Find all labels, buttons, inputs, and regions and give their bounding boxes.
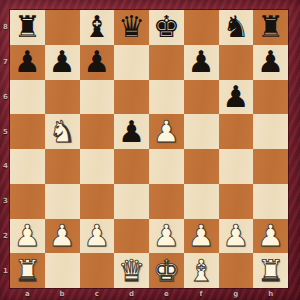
square-d1[interactable]: ♛ [114, 253, 149, 288]
square-h2[interactable]: ♟ [253, 219, 288, 254]
rank-label-2: 2 [3, 232, 8, 240]
square-a8[interactable]: ♜ [10, 10, 45, 45]
square-h6[interactable] [253, 80, 288, 115]
square-e4[interactable] [149, 149, 184, 184]
white-pawn-e5[interactable]: ♟ [153, 115, 180, 149]
file-label-e: e [164, 290, 169, 298]
square-a6[interactable] [10, 80, 45, 115]
black-rook-a8[interactable]: ♜ [14, 10, 41, 44]
square-g3[interactable] [219, 184, 254, 219]
square-f4[interactable] [184, 149, 219, 184]
white-rook-h1[interactable]: ♜ [257, 254, 284, 288]
square-b3[interactable] [45, 184, 80, 219]
file-label-f: f [200, 290, 203, 298]
white-pawn-c2[interactable]: ♟ [83, 219, 110, 253]
square-c1[interactable] [80, 253, 115, 288]
file-label-a: a [25, 290, 30, 298]
black-pawn-h7[interactable]: ♟ [257, 45, 284, 79]
black-pawn-a7[interactable]: ♟ [14, 45, 41, 79]
square-f2[interactable]: ♟ [184, 219, 219, 254]
rank-label-1: 1 [3, 267, 8, 275]
square-d8[interactable]: ♛ [114, 10, 149, 45]
square-h5[interactable] [253, 114, 288, 149]
square-e8[interactable]: ♚ [149, 10, 184, 45]
square-g7[interactable] [219, 45, 254, 80]
square-a3[interactable] [10, 184, 45, 219]
file-label-c: c [95, 290, 99, 298]
white-bishop-f1[interactable]: ♝ [188, 254, 215, 288]
square-a1[interactable]: ♜ [10, 253, 45, 288]
square-g5[interactable] [219, 114, 254, 149]
rank-label-6: 6 [3, 93, 8, 101]
rank-label-3: 3 [3, 197, 8, 205]
square-b4[interactable] [45, 149, 80, 184]
rank-label-8: 8 [3, 23, 8, 31]
white-king-e1[interactable]: ♚ [153, 254, 180, 288]
square-f1[interactable]: ♝ [184, 253, 219, 288]
square-b8[interactable] [45, 10, 80, 45]
white-pawn-f2[interactable]: ♟ [188, 219, 215, 253]
black-pawn-f7[interactable]: ♟ [188, 45, 215, 79]
square-e2[interactable]: ♟ [149, 219, 184, 254]
square-h1[interactable]: ♜ [253, 253, 288, 288]
black-knight-g8[interactable]: ♞ [222, 10, 249, 44]
square-h8[interactable]: ♜ [253, 10, 288, 45]
square-f3[interactable] [184, 184, 219, 219]
file-label-g: g [233, 290, 238, 298]
square-c7[interactable]: ♟ [80, 45, 115, 80]
square-d7[interactable] [114, 45, 149, 80]
square-a4[interactable] [10, 149, 45, 184]
square-g8[interactable]: ♞ [219, 10, 254, 45]
square-b2[interactable]: ♟ [45, 219, 80, 254]
square-g1[interactable] [219, 253, 254, 288]
square-c8[interactable]: ♝ [80, 10, 115, 45]
rank-label-5: 5 [3, 128, 8, 136]
black-queen-d8[interactable]: ♛ [118, 10, 145, 44]
square-h3[interactable] [253, 184, 288, 219]
square-f6[interactable] [184, 80, 219, 115]
square-f8[interactable] [184, 10, 219, 45]
rank-label-4: 4 [3, 162, 8, 170]
square-b6[interactable] [45, 80, 80, 115]
square-c3[interactable] [80, 184, 115, 219]
square-c2[interactable]: ♟ [80, 219, 115, 254]
rank-label-7: 7 [3, 58, 8, 66]
square-g6[interactable]: ♟ [219, 80, 254, 115]
black-pawn-g6[interactable]: ♟ [222, 80, 249, 114]
square-e5[interactable]: ♟ [149, 114, 184, 149]
black-pawn-c7[interactable]: ♟ [83, 45, 110, 79]
square-e7[interactable] [149, 45, 184, 80]
square-c4[interactable] [80, 149, 115, 184]
white-pawn-e2[interactable]: ♟ [153, 219, 180, 253]
square-f7[interactable]: ♟ [184, 45, 219, 80]
square-a5[interactable] [10, 114, 45, 149]
square-e3[interactable] [149, 184, 184, 219]
square-b5[interactable]: ♞ [45, 114, 80, 149]
square-d2[interactable] [114, 219, 149, 254]
black-bishop-c8[interactable]: ♝ [83, 10, 110, 44]
black-rook-h8[interactable]: ♜ [257, 10, 284, 44]
file-label-b: b [60, 290, 65, 298]
square-a2[interactable]: ♟ [10, 219, 45, 254]
square-e1[interactable]: ♚ [149, 253, 184, 288]
board-frame: ♜♝♛♚♞♜♟♟♟♟♟♟♞♟♟♟♟♟♟♟♟♟♜♛♚♝♜ 87654321 abc… [0, 0, 300, 300]
square-e6[interactable] [149, 80, 184, 115]
black-pawn-d5[interactable]: ♟ [118, 115, 145, 149]
chess-board: ♜♝♛♚♞♜♟♟♟♟♟♟♞♟♟♟♟♟♟♟♟♟♜♛♚♝♜ [10, 10, 288, 288]
square-f5[interactable] [184, 114, 219, 149]
file-label-h: h [268, 290, 273, 298]
black-king-e8[interactable]: ♚ [153, 10, 180, 44]
square-a7[interactable]: ♟ [10, 45, 45, 80]
square-h4[interactable] [253, 149, 288, 184]
square-g2[interactable]: ♟ [219, 219, 254, 254]
square-d5[interactable]: ♟ [114, 114, 149, 149]
white-pawn-b2[interactable]: ♟ [49, 219, 76, 253]
square-g4[interactable] [219, 149, 254, 184]
square-b1[interactable] [45, 253, 80, 288]
square-c5[interactable] [80, 114, 115, 149]
square-d3[interactable] [114, 184, 149, 219]
black-pawn-b7[interactable]: ♟ [49, 45, 76, 79]
square-d4[interactable] [114, 149, 149, 184]
square-b7[interactable]: ♟ [45, 45, 80, 80]
white-pawn-g2[interactable]: ♟ [222, 219, 249, 253]
square-h7[interactable]: ♟ [253, 45, 288, 80]
white-rook-a1[interactable]: ♜ [14, 254, 41, 288]
file-label-d: d [129, 290, 134, 298]
white-knight-b5[interactable]: ♞ [49, 115, 76, 149]
white-pawn-h2[interactable]: ♟ [257, 219, 284, 253]
square-c6[interactable] [80, 80, 115, 115]
square-d6[interactable] [114, 80, 149, 115]
white-pawn-a2[interactable]: ♟ [14, 219, 41, 253]
white-queen-d1[interactable]: ♛ [118, 254, 145, 288]
